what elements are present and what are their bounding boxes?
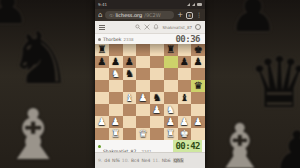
move-token[interactable]: 9. — [98, 158, 102, 163]
square-h1[interactable] — [191, 128, 205, 140]
search-icon[interactable] — [135, 24, 141, 30]
move-token[interactable]: Nb6 — [162, 158, 171, 163]
background-dark-piece: ♟ — [272, 124, 300, 168]
square-a7[interactable]: ♟ — [95, 56, 109, 68]
player-rating-top: 2338 — [123, 37, 133, 42]
screenshot-stage: ♟♞♝♟♛♝♟ 9:41 ⌂ ⓘ lichess.org /9C2W + 6 ⋮ — [0, 0, 300, 168]
white-r-piece[interactable]: ♜ — [166, 129, 175, 139]
black-p-piece[interactable]: ♟ — [97, 57, 106, 67]
background-dark-piece: ♛ — [248, 48, 300, 118]
square-c1[interactable] — [123, 128, 137, 140]
square-g1[interactable]: ♚ — [178, 128, 192, 140]
square-f6[interactable] — [164, 68, 178, 80]
square-d2[interactable] — [136, 116, 150, 128]
wifi-icon — [187, 3, 190, 6]
square-c3[interactable] — [123, 104, 137, 116]
square-b8[interactable] — [109, 44, 123, 56]
white-q-piece[interactable]: ♛ — [139, 129, 148, 139]
move-token[interactable]: 11. — [152, 158, 159, 163]
square-g7[interactable]: ♟ — [178, 56, 192, 68]
background-dark-piece: ♞ — [8, 22, 73, 94]
tab-counter-button[interactable]: 6 — [186, 12, 193, 19]
square-f1[interactable]: ♜ — [164, 128, 178, 140]
browser-bar: ⌂ ⓘ lichess.org /9C2W + 6 ⋮ — [95, 9, 205, 21]
online-dot-bottom — [98, 145, 101, 148]
white-k-piece[interactable]: ♚ — [180, 129, 189, 139]
square-a1[interactable] — [95, 128, 109, 140]
square-a8[interactable]: ♜ — [95, 44, 109, 56]
square-e6[interactable] — [150, 68, 164, 80]
chess-board[interactable]: ♜♜♚♟♟♟♟♟♞♞♛♝♟♞♝♟♞♟♟♟♟♟♜♛♜♚ — [95, 44, 205, 140]
square-h6[interactable] — [191, 68, 205, 80]
square-d6[interactable] — [136, 68, 150, 80]
square-d8[interactable] — [136, 44, 150, 56]
online-dot-top — [98, 38, 101, 41]
move-token[interactable]: 10. — [122, 158, 129, 163]
square-d1[interactable]: ♛ — [136, 128, 150, 140]
square-a5[interactable] — [95, 80, 109, 92]
white-b-piece[interactable]: ♝ — [125, 93, 134, 103]
status-bar: 9:41 — [95, 0, 205, 9]
black-r-piece[interactable]: ♜ — [166, 45, 175, 55]
background-dark-piece: ♟ — [228, 0, 278, 40]
square-e3[interactable]: ♟ — [150, 104, 164, 116]
url-path-text: /9C2W — [144, 12, 160, 18]
background-light-piece: ♝ — [212, 116, 268, 168]
square-e2[interactable] — [150, 116, 164, 128]
square-c7[interactable]: ♟ — [123, 56, 137, 68]
square-e4[interactable]: ♞ — [150, 92, 164, 104]
player-bar-top: Thorbek 2338 00:36 — [95, 34, 205, 44]
square-a3[interactable] — [95, 104, 109, 116]
black-r-piece[interactable]: ♜ — [97, 45, 106, 55]
crossed-swords-icon[interactable] — [144, 24, 150, 30]
url-bar[interactable]: ⓘ lichess.org /9C2W — [105, 11, 174, 19]
black-n-piece[interactable]: ♞ — [125, 69, 134, 79]
square-h4[interactable] — [191, 92, 205, 104]
square-h7[interactable]: ♟ — [191, 56, 205, 68]
square-d5[interactable] — [136, 80, 150, 92]
black-p-piece[interactable]: ♟ — [111, 57, 120, 67]
square-d4[interactable]: ♟ — [136, 92, 150, 104]
move-list-strip[interactable]: 9.d4Nf610.Bc4Ne411.Nb6Qh5 — [95, 152, 205, 168]
new-tab-button[interactable]: + — [177, 12, 183, 19]
square-b5[interactable] — [109, 80, 123, 92]
black-p-piece[interactable]: ♟ — [180, 57, 189, 67]
square-h5[interactable]: ♛ — [191, 80, 205, 92]
square-g8[interactable] — [178, 44, 192, 56]
square-b4[interactable] — [109, 92, 123, 104]
square-f8[interactable]: ♜ — [164, 44, 178, 56]
square-b6[interactable]: ♞ — [109, 68, 123, 80]
url-text: lichess.org — [115, 12, 142, 18]
status-time: 9:41 — [98, 2, 107, 7]
square-f2[interactable]: ♟ — [164, 116, 178, 128]
square-a2[interactable]: ♟ — [95, 116, 109, 128]
black-b-piece[interactable]: ♝ — [180, 93, 189, 103]
player-name-top[interactable]: Thorbek — [103, 37, 121, 42]
square-a6[interactable] — [95, 68, 109, 80]
black-n-piece[interactable]: ♞ — [152, 93, 161, 103]
square-g4[interactable]: ♝ — [178, 92, 192, 104]
white-p-piece[interactable]: ♟ — [111, 117, 120, 127]
move-token[interactable]: Bc4 — [131, 158, 139, 163]
move-token[interactable]: Ne4 — [141, 158, 150, 163]
black-p-piece[interactable]: ♟ — [194, 57, 203, 67]
white-p-piece[interactable]: ♟ — [180, 117, 189, 127]
square-c2[interactable] — [123, 116, 137, 128]
square-b7[interactable]: ♟ — [109, 56, 123, 68]
white-p-piece[interactable]: ♟ — [97, 117, 106, 127]
square-c4[interactable]: ♝ — [123, 92, 137, 104]
notification-bell-icon[interactable] — [153, 24, 159, 30]
player-bar-bottom: ♟♟ Shakmatist_87 2341 00:42 — [95, 140, 205, 152]
hamburger-menu-icon[interactable] — [99, 25, 105, 30]
square-h8[interactable]: ♚ — [191, 44, 205, 56]
square-c8[interactable] — [123, 44, 137, 56]
background-light-piece: ♝ — [2, 100, 65, 168]
square-e8[interactable] — [150, 44, 164, 56]
site-info-icon[interactable]: ⓘ — [109, 13, 113, 18]
square-e5[interactable] — [150, 80, 164, 92]
square-g5[interactable] — [178, 80, 192, 92]
home-icon[interactable]: ⌂ — [98, 12, 102, 19]
square-e7[interactable] — [150, 56, 164, 68]
square-e1[interactable] — [150, 128, 164, 140]
user-avatar-icon[interactable] — [195, 24, 201, 30]
current-move[interactable]: Qh5 — [173, 158, 184, 163]
square-h2[interactable]: ♟ — [191, 116, 205, 128]
white-p-piece[interactable]: ♟ — [139, 93, 148, 103]
logged-in-username[interactable]: Shakmatist_87 — [162, 25, 192, 30]
black-q-piece[interactable]: ♛ — [194, 81, 203, 91]
black-k-piece[interactable]: ♚ — [194, 45, 203, 55]
square-h3[interactable] — [191, 104, 205, 116]
square-f7[interactable] — [164, 56, 178, 68]
square-g3[interactable] — [178, 104, 192, 116]
clock-bottom: 00:42 — [173, 140, 202, 152]
move-token[interactable]: Nf6 — [112, 158, 120, 163]
white-r-piece[interactable]: ♜ — [111, 129, 120, 139]
phone-screen: 9:41 ⌂ ⓘ lichess.org /9C2W + 6 ⋮ — [95, 0, 205, 168]
white-p-piece[interactable]: ♟ — [152, 105, 161, 115]
square-b3[interactable] — [109, 104, 123, 116]
square-d7[interactable] — [136, 56, 150, 68]
white-p-piece[interactable]: ♟ — [194, 117, 203, 127]
signal-icon — [192, 3, 195, 6]
square-b1[interactable]: ♜ — [109, 128, 123, 140]
square-f5[interactable] — [164, 80, 178, 92]
white-p-piece[interactable]: ♟ — [166, 117, 175, 127]
square-f3[interactable]: ♞ — [164, 104, 178, 116]
square-c5[interactable] — [123, 80, 137, 92]
square-g2[interactable]: ♟ — [178, 116, 192, 128]
square-d3[interactable] — [136, 104, 150, 116]
square-g6[interactable] — [178, 68, 192, 80]
white-n-piece[interactable]: ♞ — [166, 105, 175, 115]
black-p-piece[interactable]: ♟ — [125, 57, 134, 67]
battery-icon — [197, 3, 202, 6]
white-n-piece[interactable]: ♞ — [111, 69, 120, 79]
square-b2[interactable]: ♟ — [109, 116, 123, 128]
move-token[interactable]: d4 — [104, 158, 110, 163]
browser-menu-icon[interactable]: ⋮ — [196, 12, 202, 18]
square-a4[interactable] — [95, 92, 109, 104]
square-c6[interactable]: ♞ — [123, 68, 137, 80]
square-f4[interactable] — [164, 92, 178, 104]
